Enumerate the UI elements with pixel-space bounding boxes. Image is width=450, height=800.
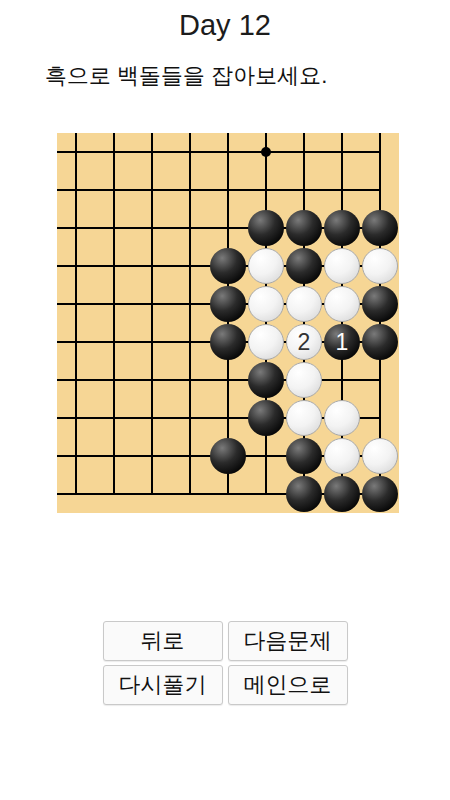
board-intersection[interactable]	[209, 323, 247, 361]
board-intersection[interactable]	[247, 209, 285, 247]
board-intersection[interactable]	[133, 171, 171, 209]
board-intersection[interactable]	[57, 133, 95, 171]
black-stone	[324, 210, 360, 246]
board-intersection[interactable]	[95, 171, 133, 209]
board-intersection[interactable]	[323, 285, 361, 323]
board-intersection[interactable]	[247, 285, 285, 323]
board-intersection[interactable]	[247, 323, 285, 361]
black-stone	[286, 210, 322, 246]
board-intersection[interactable]	[285, 133, 323, 171]
white-stone	[362, 438, 398, 474]
board-intersection[interactable]	[361, 475, 399, 513]
board-intersection[interactable]	[209, 171, 247, 209]
board-intersection[interactable]	[95, 437, 133, 475]
board-intersection[interactable]	[171, 247, 209, 285]
white-stone-move-2: 2	[286, 324, 322, 360]
white-stone	[286, 400, 322, 436]
board-intersection[interactable]	[171, 285, 209, 323]
board-intersection[interactable]	[95, 361, 133, 399]
board-intersection[interactable]	[209, 437, 247, 475]
board-intersection[interactable]	[361, 209, 399, 247]
board-intersection[interactable]	[361, 437, 399, 475]
board-intersection[interactable]	[133, 209, 171, 247]
board-intersection[interactable]	[57, 399, 95, 437]
black-stone	[362, 324, 398, 360]
board-intersection[interactable]	[95, 399, 133, 437]
white-stone	[248, 248, 284, 284]
board-intersection[interactable]	[209, 361, 247, 399]
white-stone	[248, 324, 284, 360]
board-intersection[interactable]	[95, 475, 133, 513]
board-intersection[interactable]	[95, 247, 133, 285]
board-intersection[interactable]	[57, 247, 95, 285]
black-stone	[362, 210, 398, 246]
white-stone	[286, 362, 322, 398]
board-intersection[interactable]	[323, 399, 361, 437]
white-stone	[324, 400, 360, 436]
board-intersection[interactable]	[323, 475, 361, 513]
board-intersection[interactable]	[209, 133, 247, 171]
back-button[interactable]: 뒤로	[103, 621, 223, 661]
board-intersection[interactable]	[285, 399, 323, 437]
black-stone	[210, 438, 246, 474]
board-intersection[interactable]	[361, 323, 399, 361]
board-intersection[interactable]	[209, 285, 247, 323]
board-intersection[interactable]	[323, 361, 361, 399]
black-stone	[286, 438, 322, 474]
board-intersection[interactable]	[247, 247, 285, 285]
board-intersection[interactable]	[361, 399, 399, 437]
black-stone-move-1: 1	[324, 324, 360, 360]
board-intersection[interactable]	[247, 361, 285, 399]
black-stone	[286, 476, 322, 512]
board-intersection[interactable]	[133, 399, 171, 437]
board-intersection[interactable]	[57, 285, 95, 323]
board-intersection[interactable]	[209, 209, 247, 247]
black-stone	[248, 362, 284, 398]
board-intersection[interactable]	[133, 437, 171, 475]
white-stone	[324, 438, 360, 474]
board-intersection[interactable]	[133, 475, 171, 513]
board-intersection[interactable]	[285, 437, 323, 475]
white-stone	[286, 286, 322, 322]
board-intersection[interactable]	[247, 437, 285, 475]
board-intersection[interactable]	[361, 133, 399, 171]
board-intersection[interactable]	[171, 361, 209, 399]
board-intersection[interactable]	[285, 361, 323, 399]
board-intersection[interactable]	[361, 285, 399, 323]
board-intersection[interactable]	[133, 247, 171, 285]
board-intersection[interactable]	[133, 361, 171, 399]
black-stone	[286, 248, 322, 284]
white-stone	[362, 248, 398, 284]
black-stone	[210, 286, 246, 322]
black-stone	[324, 476, 360, 512]
board-intersection[interactable]	[361, 171, 399, 209]
board-intersection[interactable]	[171, 399, 209, 437]
board-intersection[interactable]	[133, 323, 171, 361]
board-intersection[interactable]	[171, 209, 209, 247]
board-intersection[interactable]	[171, 323, 209, 361]
page-title: Day 12	[0, 8, 450, 42]
white-stone	[324, 248, 360, 284]
board-intersection[interactable]	[323, 209, 361, 247]
board-intersection[interactable]	[133, 133, 171, 171]
board-intersection[interactable]	[95, 323, 133, 361]
board-intersection[interactable]	[57, 323, 95, 361]
black-stone	[362, 476, 398, 512]
board-intersection[interactable]	[57, 171, 95, 209]
board-intersection[interactable]	[285, 247, 323, 285]
board-intersection[interactable]	[209, 247, 247, 285]
board-intersection[interactable]	[95, 133, 133, 171]
board-intersection[interactable]	[361, 361, 399, 399]
black-stone	[210, 248, 246, 284]
board-intersection[interactable]	[171, 171, 209, 209]
board-intersection[interactable]	[247, 171, 285, 209]
board-intersection[interactable]	[323, 247, 361, 285]
white-stone	[324, 286, 360, 322]
board-intersection[interactable]	[133, 285, 171, 323]
board-intersection[interactable]	[209, 475, 247, 513]
go-board[interactable]: 21	[57, 133, 399, 513]
board-intersection[interactable]	[285, 285, 323, 323]
board-intersection[interactable]	[57, 437, 95, 475]
black-stone	[210, 324, 246, 360]
button-row-1: 뒤로 다음문제	[103, 621, 348, 661]
board-intersection[interactable]	[209, 399, 247, 437]
main-menu-button[interactable]: 메인으로	[228, 665, 348, 705]
board-intersection[interactable]	[95, 209, 133, 247]
retry-button[interactable]: 다시풀기	[103, 665, 223, 705]
white-stone	[248, 286, 284, 322]
black-stone	[248, 400, 284, 436]
board-intersection[interactable]	[285, 171, 323, 209]
board-intersection[interactable]	[323, 133, 361, 171]
board-intersection[interactable]	[361, 247, 399, 285]
board-intersection[interactable]	[95, 285, 133, 323]
star-point-marker	[261, 147, 271, 157]
board-intersection[interactable]	[57, 361, 95, 399]
board-intersection[interactable]	[57, 475, 95, 513]
board-intersection[interactable]	[285, 209, 323, 247]
board-intersection[interactable]	[323, 171, 361, 209]
board-intersection[interactable]	[247, 133, 285, 171]
board-intersection[interactable]: 1	[323, 323, 361, 361]
board-intersection[interactable]	[247, 399, 285, 437]
board-intersection[interactable]	[171, 133, 209, 171]
board-intersection[interactable]	[171, 437, 209, 475]
black-stone	[248, 210, 284, 246]
board-intersection[interactable]	[247, 475, 285, 513]
board-intersection[interactable]	[323, 437, 361, 475]
black-stone	[362, 286, 398, 322]
board-intersection[interactable]	[171, 475, 209, 513]
puzzle-instruction: 흑으로 백돌들을 잡아보세요.	[45, 63, 327, 89]
board-intersection[interactable]	[285, 475, 323, 513]
button-panel: 뒤로 다음문제 다시풀기 메인으로	[0, 621, 450, 705]
button-row-2: 다시풀기 메인으로	[103, 665, 348, 705]
board-intersection[interactable]	[57, 209, 95, 247]
next-problem-button[interactable]: 다음문제	[228, 621, 348, 661]
board-intersection[interactable]: 2	[285, 323, 323, 361]
